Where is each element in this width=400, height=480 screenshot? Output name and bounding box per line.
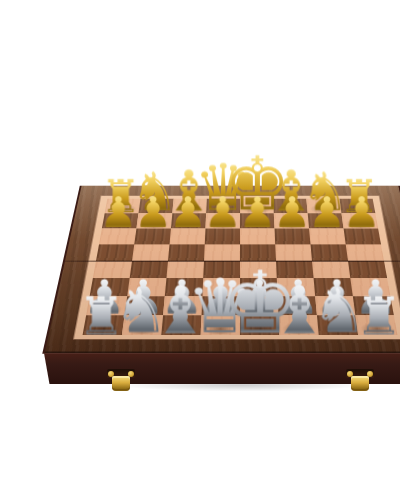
piece-gold-pawn: ♟: [308, 191, 346, 233]
piece-gold-pawn: ♟: [238, 191, 276, 233]
product-photo: ♜♞♝♛♚♝♞♜♟♟♟♟♟♟♟♟♟♟♟♟♟♟♟♟♜♞♝♛♚♝♞♜ Folding…: [40, 16, 400, 480]
brass-latch-left: [107, 369, 135, 392]
chess-board: ♜♞♝♛♚♝♞♜♟♟♟♟♟♟♟♟♟♟♟♟♟♟♟♟♜♞♝♛♚♝♞♜: [42, 186, 400, 354]
square-g7: ♟: [308, 213, 344, 228]
square-d7: ♟: [205, 213, 240, 228]
square-g5: [310, 244, 348, 261]
square-f7: ♟: [274, 213, 309, 228]
square-e7: ♟: [240, 213, 275, 228]
square-b5: [132, 244, 170, 261]
latch-clasp: [351, 376, 369, 391]
square-e1: ♚: [240, 315, 279, 335]
piece-gold-pawn: ♟: [134, 191, 172, 233]
brass-latch-right: [346, 369, 374, 392]
square-a7: ♟: [102, 213, 139, 228]
square-h5: [346, 244, 384, 261]
piece-gold-pawn: ♟: [99, 191, 137, 233]
square-h7: ♟: [342, 213, 379, 228]
piece-gold-pawn: ♟: [343, 191, 381, 233]
square-c7: ♟: [171, 213, 206, 228]
square-b7: ♟: [136, 213, 172, 228]
piece-silver-king: ♚: [221, 259, 298, 345]
square-c5: [168, 244, 205, 261]
board-grid: ♜♞♝♛♚♝♞♜♟♟♟♟♟♟♟♟♟♟♟♟♟♟♟♟♜♞♝♛♚♝♞♜: [83, 199, 398, 335]
piece-gold-pawn: ♟: [169, 191, 207, 233]
piece-gold-pawn: ♟: [204, 191, 242, 233]
square-a5: [96, 244, 134, 261]
latch-clasp: [112, 376, 130, 391]
photo-caption: Folding wooden chess set opened flat wit…: [40, 16, 41, 17]
maple-border: ♜♞♝♛♚♝♞♜♟♟♟♟♟♟♟♟♟♟♟♟♟♟♟♟♜♞♝♛♚♝♞♜: [73, 196, 400, 340]
piece-gold-pawn: ♟: [273, 191, 311, 233]
